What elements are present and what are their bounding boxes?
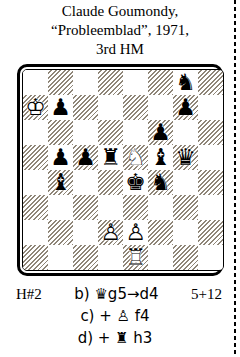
table-cell-dashed-border <box>234 0 236 357</box>
twin-d: d) + ♜ h3 <box>0 327 240 349</box>
square-d4 <box>98 170 123 195</box>
piece-count: 5+12 <box>191 283 222 305</box>
black-queen-g5: ♛ <box>173 145 198 170</box>
square-e7 <box>123 95 148 120</box>
square-c5: ♟ <box>73 145 98 170</box>
piece-glyph: ♜ <box>100 144 121 170</box>
square-h4 <box>198 170 223 195</box>
square-e5: ♞♘ <box>123 145 148 170</box>
award: 3rd HM <box>0 40 240 59</box>
black-pawn-g7: ♟ <box>173 95 198 120</box>
piece-glyph: ♟ <box>175 94 196 120</box>
square-d2: ♟♙ <box>98 220 123 245</box>
square-g2 <box>173 220 198 245</box>
square-g8: ♞ <box>173 70 198 95</box>
chessboard: ♞♚♔♟♟♟♟♟♜♞♘♝♛♝♚♞♟♙♟♙♜♖ <box>23 70 223 270</box>
square-d3 <box>98 195 123 220</box>
piece-glyph: ♟ <box>50 94 71 120</box>
square-f3 <box>148 195 173 220</box>
square-d1 <box>98 245 123 270</box>
square-f1 <box>148 245 173 270</box>
white-rook-e1: ♜♖ <box>123 245 148 270</box>
square-a2 <box>23 220 48 245</box>
square-b5: ♟ <box>48 145 73 170</box>
square-e3 <box>123 195 148 220</box>
square-a3 <box>23 195 48 220</box>
piece-glyph: ♛ <box>175 144 196 170</box>
square-b1 <box>48 245 73 270</box>
twin-c: c) + ♙ f4 <box>0 305 240 327</box>
piece-glyph: ♚ <box>125 169 146 195</box>
square-c6 <box>73 120 98 145</box>
piece-glyph: ♟ <box>50 144 71 170</box>
white-knight-e5: ♞♘ <box>123 145 148 170</box>
piece-glyph: ♞ <box>175 69 196 95</box>
square-b7: ♟ <box>48 95 73 120</box>
author-name: Claude Goumondy, <box>0 2 240 21</box>
square-a7: ♚♔ <box>23 95 48 120</box>
caption-line-1: H#2 b) ♛g5→d4 5+12 <box>0 283 240 305</box>
piece-glyph: ♞ <box>150 169 171 195</box>
square-b4: ♝ <box>48 170 73 195</box>
square-g3 <box>173 195 198 220</box>
twin-b: b) ♛g5→d4 <box>74 283 158 305</box>
square-a8 <box>23 70 48 95</box>
black-pawn-b5: ♟ <box>48 145 73 170</box>
square-h7 <box>198 95 223 120</box>
square-e2: ♟♙ <box>123 220 148 245</box>
square-c3 <box>73 195 98 220</box>
source-publication: “Probleemblad”, 1971, <box>0 21 240 40</box>
square-f8 <box>148 70 173 95</box>
square-d5: ♜ <box>98 145 123 170</box>
white-king-a7: ♚♔ <box>23 95 48 120</box>
square-g5: ♛ <box>173 145 198 170</box>
square-c2 <box>73 220 98 245</box>
piece-outline: ♘ <box>125 144 146 170</box>
square-c8 <box>73 70 98 95</box>
white-pawn-e2: ♟♙ <box>123 220 148 245</box>
white-pawn-d2: ♟♙ <box>98 220 123 245</box>
square-a5 <box>23 145 48 170</box>
black-pawn-b7: ♟ <box>48 95 73 120</box>
square-h8 <box>198 70 223 95</box>
square-a4 <box>23 170 48 195</box>
chessboard-inner-border: ♞♚♔♟♟♟♟♟♜♞♘♝♛♝♚♞♟♙♟♙♜♖ <box>22 69 224 271</box>
chessboard-frame: ♞♚♔♟♟♟♟♟♜♞♘♝♛♝♚♞♟♙♟♙♜♖ <box>17 64 223 276</box>
piece-outline: ♖ <box>125 244 146 270</box>
square-f4: ♞ <box>148 170 173 195</box>
piece-outline: ♙ <box>125 219 146 245</box>
piece-glyph: ♟ <box>75 144 96 170</box>
square-b8 <box>48 70 73 95</box>
square-c4 <box>73 170 98 195</box>
square-a6 <box>23 120 48 145</box>
square-d6 <box>98 120 123 145</box>
square-d8 <box>98 70 123 95</box>
chess-problem-page: Claude Goumondy, “Probleemblad”, 1971, 3… <box>0 0 240 357</box>
square-b2 <box>48 220 73 245</box>
square-f7 <box>148 95 173 120</box>
square-h5 <box>198 145 223 170</box>
black-knight-g8: ♞ <box>173 70 198 95</box>
square-b3 <box>48 195 73 220</box>
problem-header: Claude Goumondy, “Probleemblad”, 1971, 3… <box>0 2 240 59</box>
black-knight-f4: ♞ <box>148 170 173 195</box>
square-f2 <box>148 220 173 245</box>
piece-outline: ♙ <box>100 219 121 245</box>
black-bishop-b4: ♝ <box>48 170 73 195</box>
piece-glyph: ♟ <box>150 119 171 145</box>
stipulation: H#2 <box>16 283 42 305</box>
square-h6 <box>198 120 223 145</box>
square-a1 <box>23 245 48 270</box>
square-f5: ♝ <box>148 145 173 170</box>
square-e6 <box>123 120 148 145</box>
black-bishop-f5: ♝ <box>148 145 173 170</box>
square-g6 <box>173 120 198 145</box>
square-g7: ♟ <box>173 95 198 120</box>
square-c1 <box>73 245 98 270</box>
square-h2 <box>198 220 223 245</box>
square-e4: ♚ <box>123 170 148 195</box>
black-king-e4: ♚ <box>123 170 148 195</box>
square-h3 <box>198 195 223 220</box>
square-d7 <box>98 95 123 120</box>
square-f6: ♟ <box>148 120 173 145</box>
square-b6 <box>48 120 73 145</box>
square-c7 <box>73 95 98 120</box>
black-pawn-c5: ♟ <box>73 145 98 170</box>
square-e1: ♜♖ <box>123 245 148 270</box>
black-pawn-f6: ♟ <box>148 120 173 145</box>
piece-outline: ♔ <box>25 94 46 120</box>
piece-glyph: ♝ <box>150 144 171 170</box>
piece-glyph: ♝ <box>50 169 71 195</box>
square-g1 <box>173 245 198 270</box>
square-h1 <box>198 245 223 270</box>
square-e8 <box>123 70 148 95</box>
black-rook-d5: ♜ <box>98 145 123 170</box>
square-g4 <box>173 170 198 195</box>
problem-caption: H#2 b) ♛g5→d4 5+12 c) + ♙ f4 d) + ♜ h3 <box>0 283 240 349</box>
